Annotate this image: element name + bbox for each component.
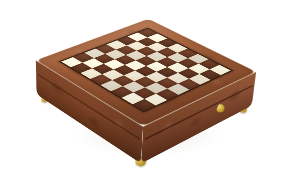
board-square <box>112 75 134 86</box>
photo-canvas <box>0 0 290 183</box>
board-square <box>80 68 102 79</box>
board-square <box>71 63 92 73</box>
chess-case <box>36 19 256 127</box>
scene <box>0 0 290 183</box>
board-square <box>156 67 177 77</box>
board-square <box>145 82 167 93</box>
board-square <box>156 78 178 89</box>
board-square <box>101 80 123 91</box>
board-square <box>102 69 124 80</box>
board-square <box>124 71 146 82</box>
board-square <box>156 89 179 101</box>
board-square <box>114 65 135 75</box>
board-square <box>178 79 200 90</box>
board-square <box>123 81 145 92</box>
board-square <box>135 66 156 76</box>
board-square <box>122 93 145 105</box>
board-square <box>189 74 211 85</box>
board-square <box>167 84 189 95</box>
board-square <box>111 86 134 97</box>
board-square <box>133 87 156 99</box>
board-square <box>134 76 156 87</box>
board-square <box>133 99 156 111</box>
board-square <box>145 72 167 83</box>
board-square <box>178 68 199 79</box>
board-square <box>90 74 112 85</box>
board-square <box>144 94 167 106</box>
board-square <box>167 73 189 84</box>
board-square <box>92 64 113 74</box>
board-square <box>199 69 220 80</box>
